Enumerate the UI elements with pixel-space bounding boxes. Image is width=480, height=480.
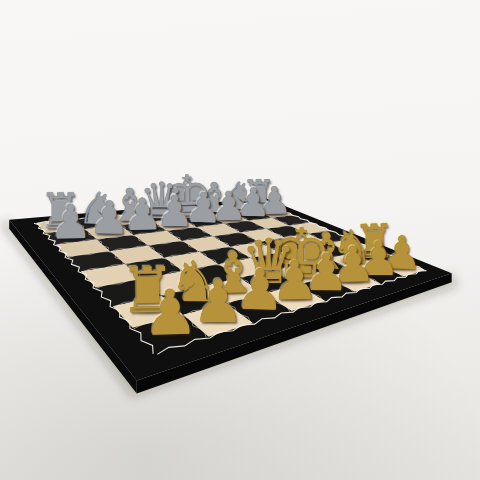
chess-piece-silver-pawn: ♟ — [49, 198, 92, 246]
chess-piece-silver-pawn: ♟ — [89, 195, 131, 241]
chess-set-photo: ♜♞♝♟♚♟♛♟♝♟♞♟♜♟♟♟♜♞♟♝♟♚♟♛♟♝♟♞♟♜♟♟ Metal c… — [0, 0, 480, 480]
chess-piece-gold-pawn: ♟ — [192, 272, 245, 331]
chess-piece-gold-pawn: ♟ — [141, 282, 199, 346]
